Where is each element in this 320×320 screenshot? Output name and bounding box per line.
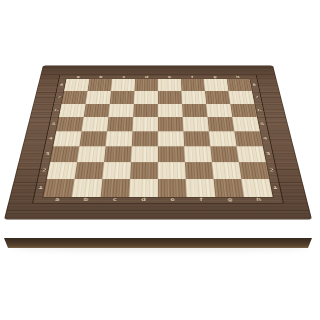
square-h2	[239, 162, 269, 179]
square-c6	[108, 104, 133, 117]
square-a5	[56, 117, 84, 131]
coord-label-h: h	[244, 197, 274, 203]
square-d2	[130, 162, 158, 179]
square-a4	[53, 131, 81, 146]
square-b6	[84, 104, 110, 117]
square-d3	[131, 146, 158, 162]
square-f7	[181, 91, 206, 104]
square-g1	[214, 179, 244, 197]
coords-bottom: abcdefgh	[42, 197, 274, 203]
square-f5	[183, 117, 209, 131]
coord-label-f: f	[187, 197, 216, 203]
square-b2	[75, 162, 104, 179]
square-d7	[134, 91, 158, 104]
coord-label-b: b	[71, 197, 101, 203]
square-c1	[101, 179, 131, 197]
square-b7	[86, 91, 111, 104]
square-f2	[185, 162, 214, 179]
coord-label-c: c	[100, 197, 129, 203]
square-f1	[186, 179, 216, 197]
square-b1	[72, 179, 102, 197]
square-a6	[59, 104, 86, 117]
square-g5	[208, 117, 235, 131]
square-e3	[158, 146, 185, 162]
square-h3	[237, 146, 266, 162]
square-c2	[102, 162, 131, 179]
coord-label-d: d	[129, 197, 158, 203]
square-g4	[209, 131, 237, 146]
coord-label-e: e	[158, 197, 187, 203]
square-d8	[135, 79, 158, 91]
square-h8	[227, 79, 252, 91]
square-c3	[104, 146, 132, 162]
square-h7	[228, 91, 254, 104]
squares	[43, 79, 272, 197]
square-f8	[181, 79, 205, 91]
square-f3	[184, 146, 212, 162]
square-g3	[210, 146, 239, 162]
square-d6	[133, 104, 158, 117]
square-d5	[133, 117, 158, 131]
square-g2	[212, 162, 241, 179]
square-f4	[183, 131, 210, 146]
square-c8	[111, 79, 135, 91]
board-top-surface: abcdefgh abcdefgh 87654321 87654321	[4, 66, 312, 220]
square-b8	[88, 79, 113, 91]
square-h1	[241, 179, 272, 197]
square-a8	[64, 79, 89, 91]
square-a7	[62, 91, 88, 104]
square-e2	[158, 162, 186, 179]
square-h4	[234, 131, 262, 146]
square-g8	[204, 79, 229, 91]
coord-label-g: g	[215, 197, 245, 203]
square-e8	[158, 79, 181, 91]
square-d4	[132, 131, 158, 146]
coord-label-a: a	[42, 197, 72, 203]
square-e6	[158, 104, 183, 117]
scene: abcdefgh abcdefgh 87654321 87654321	[0, 0, 320, 320]
square-c7	[110, 91, 135, 104]
square-c4	[106, 131, 133, 146]
square-g6	[206, 104, 232, 117]
square-b4	[79, 131, 107, 146]
square-c5	[107, 117, 133, 131]
square-e1	[158, 179, 187, 197]
square-b5	[82, 117, 109, 131]
square-h6	[230, 104, 257, 117]
square-e5	[158, 117, 183, 131]
square-a1	[43, 179, 74, 197]
square-e7	[158, 91, 182, 104]
square-b3	[77, 146, 106, 162]
square-a2	[47, 162, 77, 179]
square-a3	[50, 146, 79, 162]
square-g7	[205, 91, 230, 104]
square-f6	[182, 104, 207, 117]
square-e4	[158, 131, 184, 146]
square-d1	[129, 179, 158, 197]
square-h5	[232, 117, 260, 131]
